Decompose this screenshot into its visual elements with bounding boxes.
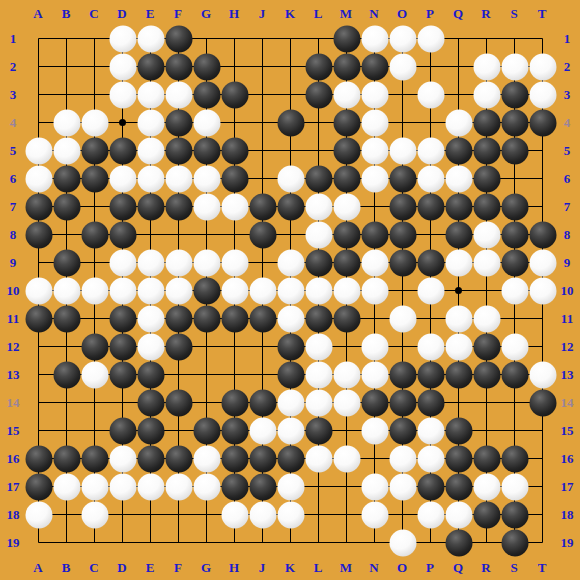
black-stone-P13 bbox=[417, 361, 444, 388]
white-stone-C13 bbox=[81, 361, 108, 388]
black-stone-B6 bbox=[53, 165, 80, 192]
col-label-bottom-M: M bbox=[340, 561, 352, 574]
col-label-bottom-E: E bbox=[146, 561, 155, 574]
white-stone-D17 bbox=[109, 473, 136, 500]
row-label-right-14: 14 bbox=[561, 396, 574, 409]
white-stone-L13 bbox=[305, 361, 332, 388]
white-stone-P10 bbox=[417, 277, 444, 304]
white-stone-R2 bbox=[473, 53, 500, 80]
col-label-top-H: H bbox=[229, 7, 239, 20]
col-label-top-O: O bbox=[397, 7, 407, 20]
black-stone-M6 bbox=[333, 165, 360, 192]
white-stone-N3 bbox=[361, 81, 388, 108]
row-label-left-18: 18 bbox=[7, 508, 20, 521]
white-stone-O19 bbox=[389, 529, 416, 556]
black-stone-H14 bbox=[221, 389, 248, 416]
white-stone-E9 bbox=[137, 249, 164, 276]
white-stone-M13 bbox=[333, 361, 360, 388]
black-stone-J8 bbox=[249, 221, 276, 248]
black-stone-O6 bbox=[389, 165, 416, 192]
black-stone-F11 bbox=[165, 305, 192, 332]
col-label-top-F: F bbox=[174, 7, 182, 20]
white-stone-G7 bbox=[193, 193, 220, 220]
black-stone-O9 bbox=[389, 249, 416, 276]
black-stone-Q13 bbox=[445, 361, 472, 388]
col-label-bottom-P: P bbox=[426, 561, 434, 574]
black-stone-C8 bbox=[81, 221, 108, 248]
row-label-left-13: 13 bbox=[7, 368, 20, 381]
row-label-right-5: 5 bbox=[564, 144, 571, 157]
black-stone-D8 bbox=[109, 221, 136, 248]
black-stone-K7 bbox=[277, 193, 304, 220]
white-stone-P15 bbox=[417, 417, 444, 444]
white-stone-E10 bbox=[137, 277, 164, 304]
black-stone-D13 bbox=[109, 361, 136, 388]
row-label-left-14: 14 bbox=[7, 396, 20, 409]
black-stone-B11 bbox=[53, 305, 80, 332]
col-label-bottom-K: K bbox=[285, 561, 295, 574]
white-stone-P3 bbox=[417, 81, 444, 108]
white-stone-G9 bbox=[193, 249, 220, 276]
white-stone-A5 bbox=[25, 137, 52, 164]
white-stone-B10 bbox=[53, 277, 80, 304]
col-label-bottom-R: R bbox=[481, 561, 490, 574]
black-stone-G11 bbox=[193, 305, 220, 332]
black-stone-T14 bbox=[529, 389, 556, 416]
black-stone-M1 bbox=[333, 25, 360, 52]
white-stone-E1 bbox=[137, 25, 164, 52]
black-stone-A7 bbox=[25, 193, 52, 220]
white-stone-K17 bbox=[277, 473, 304, 500]
col-label-top-P: P bbox=[426, 7, 434, 20]
black-stone-Q15 bbox=[445, 417, 472, 444]
white-stone-Q4 bbox=[445, 109, 472, 136]
col-label-top-C: C bbox=[89, 7, 98, 20]
black-stone-R13 bbox=[473, 361, 500, 388]
col-label-bottom-C: C bbox=[89, 561, 98, 574]
black-stone-E13 bbox=[137, 361, 164, 388]
white-stone-O11 bbox=[389, 305, 416, 332]
white-stone-O2 bbox=[389, 53, 416, 80]
row-label-left-16: 16 bbox=[7, 452, 20, 465]
row-label-left-5: 5 bbox=[10, 144, 17, 157]
black-stone-L2 bbox=[305, 53, 332, 80]
white-stone-Q9 bbox=[445, 249, 472, 276]
white-stone-N17 bbox=[361, 473, 388, 500]
white-stone-P1 bbox=[417, 25, 444, 52]
black-stone-Q7 bbox=[445, 193, 472, 220]
white-stone-E3 bbox=[137, 81, 164, 108]
white-stone-F3 bbox=[165, 81, 192, 108]
col-label-top-Q: Q bbox=[453, 7, 463, 20]
black-stone-R18 bbox=[473, 501, 500, 528]
black-stone-S16 bbox=[501, 445, 528, 472]
row-label-left-8: 8 bbox=[10, 228, 17, 241]
white-stone-P16 bbox=[417, 445, 444, 472]
black-stone-F14 bbox=[165, 389, 192, 416]
black-stone-R16 bbox=[473, 445, 500, 472]
black-stone-Q8 bbox=[445, 221, 472, 248]
black-stone-E16 bbox=[137, 445, 164, 472]
black-stone-C5 bbox=[81, 137, 108, 164]
white-stone-S2 bbox=[501, 53, 528, 80]
white-stone-F9 bbox=[165, 249, 192, 276]
col-label-top-G: G bbox=[201, 7, 211, 20]
black-stone-Q17 bbox=[445, 473, 472, 500]
black-stone-K12 bbox=[277, 333, 304, 360]
go-board[interactable]: AABBCCDDEEFFGGHHJJKKLLMMNNOOPPQQRRSSTT11… bbox=[0, 0, 580, 580]
black-stone-S8 bbox=[501, 221, 528, 248]
col-label-bottom-N: N bbox=[369, 561, 378, 574]
row-label-left-11: 11 bbox=[7, 312, 19, 325]
white-stone-N4 bbox=[361, 109, 388, 136]
white-stone-E11 bbox=[137, 305, 164, 332]
col-label-top-B: B bbox=[62, 7, 71, 20]
white-stone-K15 bbox=[277, 417, 304, 444]
row-label-right-7: 7 bbox=[564, 200, 571, 213]
white-stone-P18 bbox=[417, 501, 444, 528]
white-stone-D1 bbox=[109, 25, 136, 52]
white-stone-P5 bbox=[417, 137, 444, 164]
black-stone-Q5 bbox=[445, 137, 472, 164]
white-stone-E6 bbox=[137, 165, 164, 192]
black-stone-P14 bbox=[417, 389, 444, 416]
white-stone-E4 bbox=[137, 109, 164, 136]
white-stone-P12 bbox=[417, 333, 444, 360]
black-stone-M2 bbox=[333, 53, 360, 80]
black-stone-C16 bbox=[81, 445, 108, 472]
white-stone-G4 bbox=[193, 109, 220, 136]
col-label-top-D: D bbox=[117, 7, 126, 20]
white-stone-M14 bbox=[333, 389, 360, 416]
white-stone-L16 bbox=[305, 445, 332, 472]
col-label-bottom-T: T bbox=[538, 561, 547, 574]
col-label-bottom-O: O bbox=[397, 561, 407, 574]
white-stone-C4 bbox=[81, 109, 108, 136]
black-stone-R12 bbox=[473, 333, 500, 360]
black-stone-G3 bbox=[193, 81, 220, 108]
black-stone-D12 bbox=[109, 333, 136, 360]
col-label-top-E: E bbox=[146, 7, 155, 20]
black-stone-H5 bbox=[221, 137, 248, 164]
black-stone-S18 bbox=[501, 501, 528, 528]
black-stone-R5 bbox=[473, 137, 500, 164]
row-label-right-9: 9 bbox=[564, 256, 571, 269]
white-stone-R9 bbox=[473, 249, 500, 276]
white-stone-T3 bbox=[529, 81, 556, 108]
black-stone-G5 bbox=[193, 137, 220, 164]
white-stone-N6 bbox=[361, 165, 388, 192]
row-label-right-10: 10 bbox=[561, 284, 574, 297]
white-stone-A6 bbox=[25, 165, 52, 192]
white-stone-M16 bbox=[333, 445, 360, 472]
white-stone-M7 bbox=[333, 193, 360, 220]
white-stone-R11 bbox=[473, 305, 500, 332]
black-stone-M8 bbox=[333, 221, 360, 248]
black-stone-H6 bbox=[221, 165, 248, 192]
black-stone-S19 bbox=[501, 529, 528, 556]
white-stone-J10 bbox=[249, 277, 276, 304]
black-stone-J7 bbox=[249, 193, 276, 220]
black-stone-B16 bbox=[53, 445, 80, 472]
row-label-right-11: 11 bbox=[561, 312, 573, 325]
row-label-left-19: 19 bbox=[7, 536, 20, 549]
white-stone-K18 bbox=[277, 501, 304, 528]
white-stone-D9 bbox=[109, 249, 136, 276]
col-label-bottom-Q: Q bbox=[453, 561, 463, 574]
white-stone-R8 bbox=[473, 221, 500, 248]
white-stone-B17 bbox=[53, 473, 80, 500]
black-stone-F1 bbox=[165, 25, 192, 52]
white-stone-T10 bbox=[529, 277, 556, 304]
row-label-right-4: 4 bbox=[564, 116, 571, 129]
white-stone-C18 bbox=[81, 501, 108, 528]
col-label-bottom-B: B bbox=[62, 561, 71, 574]
black-stone-L9 bbox=[305, 249, 332, 276]
col-label-top-A: A bbox=[33, 7, 42, 20]
black-stone-E15 bbox=[137, 417, 164, 444]
white-stone-K10 bbox=[277, 277, 304, 304]
white-stone-D3 bbox=[109, 81, 136, 108]
black-stone-M9 bbox=[333, 249, 360, 276]
white-stone-J15 bbox=[249, 417, 276, 444]
black-stone-P9 bbox=[417, 249, 444, 276]
col-label-top-L: L bbox=[314, 7, 323, 20]
black-stone-L15 bbox=[305, 417, 332, 444]
white-stone-T9 bbox=[529, 249, 556, 276]
black-stone-D7 bbox=[109, 193, 136, 220]
black-stone-E7 bbox=[137, 193, 164, 220]
row-label-right-15: 15 bbox=[561, 424, 574, 437]
white-stone-A10 bbox=[25, 277, 52, 304]
black-stone-S4 bbox=[501, 109, 528, 136]
star-point-D4 bbox=[119, 119, 126, 126]
white-stone-O17 bbox=[389, 473, 416, 500]
row-label-left-15: 15 bbox=[7, 424, 20, 437]
white-stone-N12 bbox=[361, 333, 388, 360]
black-stone-J17 bbox=[249, 473, 276, 500]
col-label-top-M: M bbox=[340, 7, 352, 20]
white-stone-D10 bbox=[109, 277, 136, 304]
col-label-bottom-J: J bbox=[259, 561, 266, 574]
col-label-bottom-H: H bbox=[229, 561, 239, 574]
black-stone-E2 bbox=[137, 53, 164, 80]
black-stone-H16 bbox=[221, 445, 248, 472]
row-label-left-6: 6 bbox=[10, 172, 17, 185]
white-stone-S17 bbox=[501, 473, 528, 500]
black-stone-T4 bbox=[529, 109, 556, 136]
black-stone-L3 bbox=[305, 81, 332, 108]
white-stone-H7 bbox=[221, 193, 248, 220]
white-stone-L7 bbox=[305, 193, 332, 220]
black-stone-K13 bbox=[277, 361, 304, 388]
black-stone-D15 bbox=[109, 417, 136, 444]
black-stone-N14 bbox=[361, 389, 388, 416]
white-stone-D2 bbox=[109, 53, 136, 80]
white-stone-R17 bbox=[473, 473, 500, 500]
black-stone-F12 bbox=[165, 333, 192, 360]
white-stone-B4 bbox=[53, 109, 80, 136]
black-stone-D11 bbox=[109, 305, 136, 332]
black-stone-O8 bbox=[389, 221, 416, 248]
black-stone-E14 bbox=[137, 389, 164, 416]
black-stone-S13 bbox=[501, 361, 528, 388]
black-stone-P7 bbox=[417, 193, 444, 220]
black-stone-L6 bbox=[305, 165, 332, 192]
black-stone-O15 bbox=[389, 417, 416, 444]
black-stone-F16 bbox=[165, 445, 192, 472]
col-label-top-K: K bbox=[285, 7, 295, 20]
black-stone-O13 bbox=[389, 361, 416, 388]
col-label-bottom-A: A bbox=[33, 561, 42, 574]
black-stone-K4 bbox=[277, 109, 304, 136]
white-stone-S10 bbox=[501, 277, 528, 304]
row-label-right-6: 6 bbox=[564, 172, 571, 185]
white-stone-N5 bbox=[361, 137, 388, 164]
black-stone-G15 bbox=[193, 417, 220, 444]
white-stone-E17 bbox=[137, 473, 164, 500]
white-stone-L8 bbox=[305, 221, 332, 248]
black-stone-N2 bbox=[361, 53, 388, 80]
white-stone-K14 bbox=[277, 389, 304, 416]
row-label-right-18: 18 bbox=[561, 508, 574, 521]
black-stone-O7 bbox=[389, 193, 416, 220]
row-label-right-3: 3 bbox=[564, 88, 571, 101]
row-label-right-2: 2 bbox=[564, 60, 571, 73]
white-stone-L14 bbox=[305, 389, 332, 416]
black-stone-J14 bbox=[249, 389, 276, 416]
black-stone-K16 bbox=[277, 445, 304, 472]
white-stone-N1 bbox=[361, 25, 388, 52]
white-stone-K11 bbox=[277, 305, 304, 332]
star-point-Q10 bbox=[455, 287, 462, 294]
black-stone-F5 bbox=[165, 137, 192, 164]
white-stone-N13 bbox=[361, 361, 388, 388]
black-stone-T8 bbox=[529, 221, 556, 248]
black-stone-R4 bbox=[473, 109, 500, 136]
white-stone-B5 bbox=[53, 137, 80, 164]
white-stone-N10 bbox=[361, 277, 388, 304]
white-stone-T2 bbox=[529, 53, 556, 80]
white-stone-C10 bbox=[81, 277, 108, 304]
white-stone-G17 bbox=[193, 473, 220, 500]
black-stone-G10 bbox=[193, 277, 220, 304]
black-stone-H17 bbox=[221, 473, 248, 500]
white-stone-O16 bbox=[389, 445, 416, 472]
black-stone-Q19 bbox=[445, 529, 472, 556]
black-stone-A17 bbox=[25, 473, 52, 500]
black-stone-S3 bbox=[501, 81, 528, 108]
white-stone-J18 bbox=[249, 501, 276, 528]
black-stone-B9 bbox=[53, 249, 80, 276]
col-label-top-N: N bbox=[369, 7, 378, 20]
black-stone-H15 bbox=[221, 417, 248, 444]
row-label-right-13: 13 bbox=[561, 368, 574, 381]
col-label-top-S: S bbox=[510, 7, 517, 20]
black-stone-J16 bbox=[249, 445, 276, 472]
black-stone-F2 bbox=[165, 53, 192, 80]
row-label-right-17: 17 bbox=[561, 480, 574, 493]
white-stone-N15 bbox=[361, 417, 388, 444]
row-label-left-10: 10 bbox=[7, 284, 20, 297]
black-stone-B13 bbox=[53, 361, 80, 388]
row-label-right-16: 16 bbox=[561, 452, 574, 465]
black-stone-H11 bbox=[221, 305, 248, 332]
black-stone-D5 bbox=[109, 137, 136, 164]
white-stone-F6 bbox=[165, 165, 192, 192]
col-label-bottom-S: S bbox=[510, 561, 517, 574]
black-stone-N8 bbox=[361, 221, 388, 248]
black-stone-S5 bbox=[501, 137, 528, 164]
white-stone-H9 bbox=[221, 249, 248, 276]
white-stone-R3 bbox=[473, 81, 500, 108]
black-stone-H3 bbox=[221, 81, 248, 108]
white-stone-F10 bbox=[165, 277, 192, 304]
black-stone-R6 bbox=[473, 165, 500, 192]
col-label-bottom-G: G bbox=[201, 561, 211, 574]
black-stone-A8 bbox=[25, 221, 52, 248]
col-label-top-R: R bbox=[481, 7, 490, 20]
row-label-left-4: 4 bbox=[10, 116, 17, 129]
row-label-right-8: 8 bbox=[564, 228, 571, 241]
white-stone-G16 bbox=[193, 445, 220, 472]
black-stone-S9 bbox=[501, 249, 528, 276]
white-stone-D6 bbox=[109, 165, 136, 192]
row-label-right-19: 19 bbox=[561, 536, 574, 549]
black-stone-L11 bbox=[305, 305, 332, 332]
white-stone-E5 bbox=[137, 137, 164, 164]
white-stone-O5 bbox=[389, 137, 416, 164]
white-stone-O1 bbox=[389, 25, 416, 52]
white-stone-P6 bbox=[417, 165, 444, 192]
white-stone-G6 bbox=[193, 165, 220, 192]
row-label-left-1: 1 bbox=[10, 32, 17, 45]
white-stone-K9 bbox=[277, 249, 304, 276]
black-stone-G2 bbox=[193, 53, 220, 80]
white-stone-M3 bbox=[333, 81, 360, 108]
white-stone-L12 bbox=[305, 333, 332, 360]
white-stone-A18 bbox=[25, 501, 52, 528]
black-stone-P17 bbox=[417, 473, 444, 500]
white-stone-H10 bbox=[221, 277, 248, 304]
black-stone-J11 bbox=[249, 305, 276, 332]
row-label-left-12: 12 bbox=[7, 340, 20, 353]
white-stone-Q6 bbox=[445, 165, 472, 192]
white-stone-D16 bbox=[109, 445, 136, 472]
black-stone-R7 bbox=[473, 193, 500, 220]
col-label-bottom-L: L bbox=[314, 561, 323, 574]
white-stone-K6 bbox=[277, 165, 304, 192]
row-label-right-12: 12 bbox=[561, 340, 574, 353]
white-stone-Q18 bbox=[445, 501, 472, 528]
white-stone-C17 bbox=[81, 473, 108, 500]
col-label-bottom-D: D bbox=[117, 561, 126, 574]
col-label-top-T: T bbox=[538, 7, 547, 20]
black-stone-M11 bbox=[333, 305, 360, 332]
col-label-bottom-F: F bbox=[174, 561, 182, 574]
row-label-left-7: 7 bbox=[10, 200, 17, 213]
black-stone-A16 bbox=[25, 445, 52, 472]
black-stone-A11 bbox=[25, 305, 52, 332]
white-stone-Q11 bbox=[445, 305, 472, 332]
black-stone-C12 bbox=[81, 333, 108, 360]
white-stone-N9 bbox=[361, 249, 388, 276]
black-stone-Q16 bbox=[445, 445, 472, 472]
row-label-left-2: 2 bbox=[10, 60, 17, 73]
white-stone-M10 bbox=[333, 277, 360, 304]
white-stone-L10 bbox=[305, 277, 332, 304]
row-label-left-17: 17 bbox=[7, 480, 20, 493]
